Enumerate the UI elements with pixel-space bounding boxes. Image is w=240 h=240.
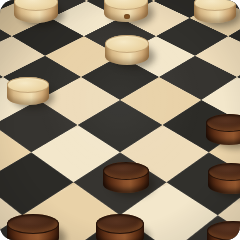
checker-piece-light[interactable] bbox=[104, 0, 148, 22]
piece-top-face bbox=[105, 35, 149, 53]
board-scene bbox=[0, 0, 240, 240]
checker-piece-light[interactable] bbox=[14, 0, 58, 23]
checker-piece-light[interactable] bbox=[194, 0, 236, 23]
checker-piece-dark[interactable] bbox=[208, 163, 240, 194]
checker-piece-light[interactable] bbox=[105, 35, 149, 65]
checkers-photo-icon bbox=[0, 0, 240, 240]
checker-piece-dark[interactable] bbox=[103, 162, 149, 193]
piece-top-face bbox=[103, 162, 149, 180]
checker-piece-light[interactable] bbox=[7, 77, 49, 105]
piece-top-face bbox=[7, 214, 59, 234]
checker-piece-dark[interactable] bbox=[7, 214, 59, 240]
checker-piece-dark[interactable] bbox=[96, 214, 144, 240]
pieces-layer bbox=[0, 0, 240, 240]
checker-piece-dark[interactable] bbox=[206, 114, 240, 145]
piece-top-face bbox=[207, 221, 240, 240]
checker-piece-dark[interactable] bbox=[207, 221, 240, 240]
piece-top-face bbox=[7, 77, 49, 93]
piece-top-face bbox=[96, 214, 144, 234]
